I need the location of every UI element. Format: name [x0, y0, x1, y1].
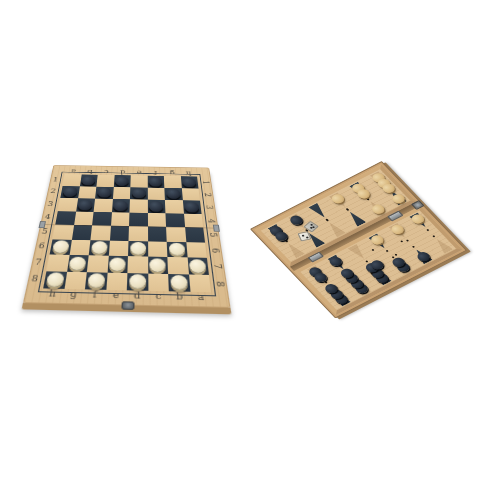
black-checker: [113, 200, 128, 211]
square-e2: [112, 187, 130, 200]
square-c8: [148, 273, 169, 291]
square-b5: [166, 227, 186, 242]
square-e7: [107, 256, 128, 273]
file-label: h: [41, 289, 64, 298]
file-label: d: [114, 169, 131, 175]
white-checker: [91, 241, 108, 254]
rank-label: 1: [197, 181, 214, 185]
square-g6: [69, 239, 90, 255]
square-c1: [147, 176, 164, 188]
square-d2: [130, 187, 147, 200]
square-a2: [181, 188, 200, 201]
file-label: h: [180, 170, 197, 176]
square-b7: [167, 257, 188, 274]
square-h3: [58, 198, 78, 211]
white-checker: [150, 258, 167, 272]
square-c4: [147, 213, 166, 227]
square-d7: [127, 256, 147, 273]
square-h1: [63, 174, 82, 186]
file-label: f: [84, 290, 106, 300]
file-label: b: [169, 292, 191, 302]
white-checker: [109, 257, 126, 271]
backgammon-case: [250, 161, 467, 318]
square-f7: [87, 255, 108, 272]
black-checker: [149, 201, 164, 212]
black-checker: [184, 201, 200, 212]
square-e8: [106, 272, 128, 290]
square-h5: [53, 225, 74, 240]
rank-label: 3: [200, 205, 218, 209]
black-checker: [182, 177, 197, 187]
square-f1: [96, 175, 114, 187]
square-c7: [148, 257, 168, 274]
square-e4: [111, 212, 130, 226]
black-checker: [81, 176, 96, 186]
white-checker: [129, 274, 146, 289]
file-label: e: [105, 291, 127, 301]
square-b4: [165, 213, 184, 227]
square-h8: [43, 271, 67, 289]
product-photo: hgfedcba hgfedcba 12345678 12345678: [0, 0, 500, 500]
clasp-icon: [121, 301, 134, 310]
black-checker: [149, 177, 163, 187]
black-checker: [132, 188, 146, 198]
square-a6: [186, 242, 207, 258]
square-h7: [46, 254, 69, 271]
black-checker: [97, 188, 112, 198]
file-label: g: [63, 290, 85, 300]
square-g2: [78, 186, 97, 199]
square-g1: [80, 174, 98, 186]
square-f3: [94, 199, 113, 212]
square-a4: [183, 213, 203, 227]
square-e1: [113, 175, 130, 187]
rank-label: 6: [206, 247, 226, 252]
rank-label: 5: [204, 232, 224, 237]
checkers-grid: [43, 174, 211, 292]
square-c5: [148, 226, 167, 241]
square-c2: [147, 187, 165, 200]
white-checker: [130, 242, 146, 255]
square-g3: [76, 198, 95, 211]
square-d4: [129, 212, 148, 226]
white-checker: [45, 273, 64, 288]
white-checker: [189, 259, 207, 273]
square-e6: [108, 240, 128, 256]
square-b1: [164, 176, 182, 188]
square-d8: [127, 273, 148, 291]
white-checker: [170, 275, 188, 290]
square-g4: [74, 211, 94, 225]
file-label: a: [190, 293, 212, 303]
file-label: g: [164, 170, 181, 176]
file-label: c: [98, 169, 115, 175]
rank-label: 4: [202, 218, 221, 223]
white-checker: [87, 273, 105, 288]
file-label: a: [65, 168, 82, 174]
square-e3: [112, 199, 130, 212]
square-b2: [164, 188, 182, 201]
hinge-icon: [213, 225, 220, 232]
black-checker: [166, 189, 181, 199]
square-g5: [71, 225, 92, 240]
square-b6: [167, 241, 187, 257]
file-label: c: [148, 292, 169, 302]
square-d5: [129, 226, 148, 241]
rank-label: 7: [207, 263, 228, 269]
square-e5: [109, 226, 129, 241]
rank-label: 2: [199, 192, 217, 196]
square-a5: [185, 227, 205, 242]
square-d6: [128, 241, 148, 257]
white-checker: [169, 243, 186, 256]
square-g8: [64, 271, 87, 289]
square-a3: [182, 200, 201, 213]
black-checker: [78, 199, 94, 210]
white-checker: [52, 240, 70, 253]
square-h6: [50, 239, 72, 255]
file-label: b: [81, 168, 98, 174]
square-c6: [148, 241, 168, 257]
square-b3: [165, 200, 184, 213]
file-label: e: [131, 169, 148, 175]
square-d3: [129, 199, 147, 212]
square-c3: [147, 200, 165, 213]
square-d1: [130, 175, 147, 187]
square-f8: [85, 272, 107, 290]
square-a1: [180, 176, 198, 188]
square-h2: [60, 186, 79, 199]
square-b8: [168, 274, 190, 292]
square-g7: [67, 255, 89, 272]
rank-label: 8: [209, 280, 231, 286]
square-f6: [89, 240, 110, 256]
square-f2: [95, 186, 113, 199]
square-h4: [55, 211, 75, 225]
checkers-board: hgfedcba hgfedcba 12345678 12345678: [23, 165, 231, 308]
die-pip: [312, 226, 314, 228]
black-checker: [115, 176, 129, 186]
file-label: d: [126, 291, 147, 301]
square-a7: [187, 257, 209, 274]
white-checker: [69, 256, 87, 270]
file-label: f: [147, 170, 164, 176]
die-pip: [302, 235, 304, 237]
square-f4: [92, 212, 111, 226]
die-pip: [306, 237, 308, 239]
square-f5: [90, 225, 110, 240]
black-checker: [62, 187, 78, 197]
square-a8: [188, 274, 211, 292]
